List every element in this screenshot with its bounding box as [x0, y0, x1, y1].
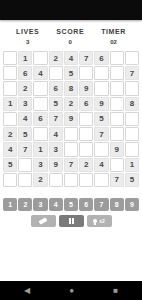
grid-cell-r6c7[interactable]: 7 [94, 127, 108, 141]
pause-icon [69, 218, 74, 224]
grid-cell-r7c1[interactable]: 4 [3, 142, 17, 156]
grid-cell-r2c7[interactable] [94, 66, 108, 80]
grid-cell-r6c5[interactable] [64, 127, 78, 141]
grid-cell-r3c8[interactable] [110, 81, 124, 95]
lives-stat: LIVES 3 [16, 28, 39, 45]
back-icon[interactable]: ◀ [24, 287, 30, 295]
status-bar [0, 0, 142, 20]
grid-cell-r5c4[interactable]: 7 [49, 112, 63, 126]
grid-cell-r5c3[interactable]: 6 [33, 112, 47, 126]
score-value: 0 [69, 39, 72, 45]
grid-cell-r9c8[interactable]: 7 [110, 173, 124, 187]
grid-cell-r8c1[interactable]: 5 [3, 158, 17, 172]
hint-multiplier: x2 [99, 218, 105, 224]
grid-cell-r8c5[interactable]: 7 [64, 158, 78, 172]
grid-cell-r3c1[interactable] [3, 81, 17, 95]
grid-cell-r1c2[interactable]: 1 [18, 51, 32, 65]
timer-label: TIMER [101, 28, 126, 35]
grid-cell-r8c2[interactable] [18, 158, 32, 172]
hint-button[interactable]: x2 [87, 215, 112, 227]
grid-cell-r3c4[interactable]: 6 [49, 81, 63, 95]
grid-cell-r2c3[interactable]: 4 [33, 66, 47, 80]
number-pad: 123456789 [0, 198, 142, 211]
grid-cell-r9c5[interactable] [64, 173, 78, 187]
grid-cell-r5c2[interactable]: 4 [18, 112, 32, 126]
numpad-key-2[interactable]: 2 [18, 198, 32, 211]
timer-value: 02 [110, 39, 117, 45]
grid-cell-r5c1[interactable] [3, 112, 17, 126]
numpad-key-9[interactable]: 9 [125, 198, 139, 211]
grid-cell-r1c4[interactable]: 2 [49, 51, 63, 65]
grid-cell-r4c3[interactable] [33, 97, 47, 111]
grid-cell-r1c1[interactable] [3, 51, 17, 65]
grid-cell-r7c9[interactable] [125, 142, 139, 156]
grid-cell-r8c9[interactable]: 1 [125, 158, 139, 172]
numpad-key-5[interactable]: 5 [64, 198, 78, 211]
grid-cell-r6c9[interactable] [125, 127, 139, 141]
grid-cell-r3c5[interactable]: 8 [64, 81, 78, 95]
grid-cell-r4c8[interactable] [110, 97, 124, 111]
grid-cell-r9c4[interactable] [49, 173, 63, 187]
lives-value: 3 [26, 39, 29, 45]
pause-button[interactable] [59, 215, 84, 227]
grid-cell-r4c4[interactable]: 5 [49, 97, 63, 111]
grid-cell-r3c7[interactable] [94, 81, 108, 95]
eraser-button[interactable] [31, 215, 56, 227]
grid-cell-r9c6[interactable] [79, 173, 93, 187]
numpad-key-7[interactable]: 7 [94, 198, 108, 211]
grid-cell-r9c2[interactable] [18, 173, 32, 187]
stats-header: LIVES 3 SCORE 0 TIMER 02 [0, 20, 142, 45]
recents-icon[interactable]: ■ [113, 287, 118, 295]
timer-stat: TIMER 02 [101, 28, 126, 45]
toolbar: x2 [0, 215, 142, 227]
grid-cell-r6c3[interactable] [33, 127, 47, 141]
grid-cell-r5c7[interactable]: 5 [94, 112, 108, 126]
grid-cell-r2c5[interactable]: 5 [64, 66, 78, 80]
numpad-key-1[interactable]: 1 [3, 198, 17, 211]
grid-cell-r7c3[interactable]: 1 [33, 142, 47, 156]
bulb-icon [93, 219, 97, 223]
grid-cell-r2c9[interactable]: 7 [125, 66, 139, 80]
eraser-icon [39, 217, 48, 224]
grid-cell-r1c6[interactable]: 7 [79, 51, 93, 65]
numpad-key-8[interactable]: 8 [110, 198, 124, 211]
grid-cell-r1c9[interactable] [125, 51, 139, 65]
grid-cell-r5c9[interactable] [125, 112, 139, 126]
home-icon[interactable]: ● [69, 287, 74, 295]
grid-cell-r6c1[interactable]: 2 [3, 127, 17, 141]
grid-cell-r7c8[interactable]: 9 [110, 142, 124, 156]
grid-cell-r7c5[interactable] [64, 142, 78, 156]
grid-cell-r2c4[interactable] [49, 66, 63, 80]
grid-cell-r4c9[interactable]: 8 [125, 97, 139, 111]
grid-cell-r3c3[interactable] [33, 81, 47, 95]
grid-cell-r4c6[interactable]: 6 [79, 97, 93, 111]
grid-cell-r2c2[interactable]: 6 [18, 66, 32, 80]
grid-cell-r3c2[interactable]: 2 [18, 81, 32, 95]
sudoku-board: 1247664572689135269846795254747139539724… [3, 51, 139, 187]
grid-cell-r2c1[interactable] [3, 66, 17, 80]
grid-cell-r5c8[interactable] [110, 112, 124, 126]
grid-cell-r9c1[interactable] [3, 173, 17, 187]
grid-cell-r8c8[interactable] [110, 158, 124, 172]
grid-cell-r3c6[interactable]: 9 [79, 81, 93, 95]
grid-cell-r7c6[interactable] [79, 142, 93, 156]
numpad-key-3[interactable]: 3 [33, 198, 47, 211]
lives-label: LIVES [16, 28, 39, 35]
grid-cell-r6c2[interactable]: 5 [18, 127, 32, 141]
android-nav-bar: ◀ ● ■ [0, 281, 142, 300]
grid-cell-r9c7[interactable] [94, 173, 108, 187]
grid-cell-r9c3[interactable]: 2 [33, 173, 47, 187]
grid-cell-r5c5[interactable]: 9 [64, 112, 78, 126]
grid-cell-r4c5[interactable]: 2 [64, 97, 78, 111]
grid-cell-r7c4[interactable]: 3 [49, 142, 63, 156]
grid-cell-r4c1[interactable]: 1 [3, 97, 17, 111]
score-label: SCORE [56, 28, 84, 35]
grid-cell-r2c8[interactable] [110, 66, 124, 80]
grid-cell-r3c9[interactable] [125, 81, 139, 95]
grid-cell-r7c2[interactable]: 7 [18, 142, 32, 156]
grid-cell-r5c6[interactable] [79, 112, 93, 126]
numpad-key-6[interactable]: 6 [79, 198, 93, 211]
grid-cell-r6c6[interactable] [79, 127, 93, 141]
grid-cell-r1c7[interactable]: 6 [94, 51, 108, 65]
grid-cell-r8c4[interactable]: 9 [49, 158, 63, 172]
grid-cell-r1c5[interactable]: 4 [64, 51, 78, 65]
grid-cell-r6c4[interactable]: 4 [49, 127, 63, 141]
grid-cell-r1c3[interactable] [33, 51, 47, 65]
numpad-key-4[interactable]: 4 [49, 198, 63, 211]
grid-cell-r2c6[interactable] [79, 66, 93, 80]
score-stat: SCORE 0 [56, 28, 84, 45]
grid-cell-r1c8[interactable] [110, 51, 124, 65]
grid-cell-r9c9[interactable]: 5 [125, 173, 139, 187]
grid-cell-r8c7[interactable]: 4 [94, 158, 108, 172]
grid-cell-r6c8[interactable] [110, 127, 124, 141]
grid-cell-r4c2[interactable]: 3 [18, 97, 32, 111]
grid-cell-r7c7[interactable] [94, 142, 108, 156]
grid-cell-r8c3[interactable]: 3 [33, 158, 47, 172]
grid-cell-r4c7[interactable]: 9 [94, 97, 108, 111]
grid-cell-r8c6[interactable]: 2 [79, 158, 93, 172]
